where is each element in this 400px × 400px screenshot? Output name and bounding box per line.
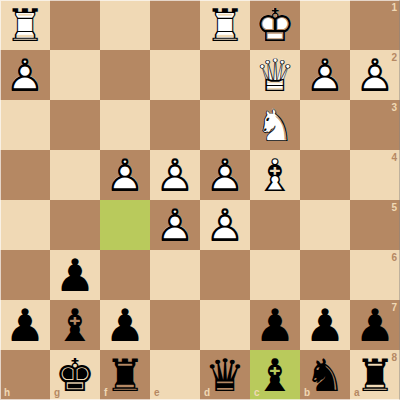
piece-outline-layer: ♙ [200,150,250,200]
white-pawn-piece[interactable]: ♟♙ [350,50,400,100]
piece-fill-layer: ♚ [50,350,100,400]
square-f2[interactable] [100,50,150,100]
white-king-piece[interactable]: ♚♔ [250,0,300,50]
square-b3[interactable] [300,100,350,150]
black-knight-piece[interactable]: ♞ [300,350,350,400]
square-b4[interactable] [300,150,350,200]
square-g1[interactable] [50,0,100,50]
square-d4[interactable]: ♟♙ [200,150,250,200]
square-f5[interactable] [100,200,150,250]
black-pawn-piece[interactable]: ♟ [50,250,100,300]
square-c1[interactable]: ♚♔ [250,0,300,50]
piece-outline-layer: ♗ [250,150,300,200]
rank-label-5: 5 [391,203,397,213]
white-rook-piece[interactable]: ♜♖ [0,0,50,50]
black-pawn-piece[interactable]: ♟ [300,300,350,350]
square-a6[interactable]: 6 [350,250,400,300]
square-g5[interactable] [50,200,100,250]
black-bishop-piece[interactable]: ♝ [50,300,100,350]
square-f4[interactable]: ♟♙ [100,150,150,200]
square-g7[interactable]: ♝ [50,300,100,350]
square-c5[interactable] [250,200,300,250]
white-rook-piece[interactable]: ♜♖ [200,0,250,50]
square-g3[interactable] [50,100,100,150]
black-pawn-piece[interactable]: ♟ [250,300,300,350]
square-h3[interactable] [0,100,50,150]
piece-outline-layer: ♙ [200,200,250,250]
piece-outline-layer: ♕ [250,50,300,100]
piece-fill-layer: ♞ [300,350,350,400]
square-d8[interactable]: ♛d [200,350,250,400]
square-c3[interactable]: ♞♘ [250,100,300,150]
black-king-piece[interactable]: ♚ [50,350,100,400]
white-bishop-piece[interactable]: ♝♗ [250,150,300,200]
black-pawn-piece[interactable]: ♟ [0,300,50,350]
piece-outline-layer: ♙ [150,150,200,200]
piece-fill-layer: ♝ [50,300,100,350]
square-c8[interactable]: ♝c [250,350,300,400]
square-a8[interactable]: ♜8a [350,350,400,400]
white-pawn-piece[interactable]: ♟♙ [200,200,250,250]
square-d3[interactable] [200,100,250,150]
square-a1[interactable]: 1 [350,0,400,50]
square-g4[interactable] [50,150,100,200]
square-a4[interactable]: 4 [350,150,400,200]
white-pawn-piece[interactable]: ♟♙ [100,150,150,200]
square-e6[interactable] [150,250,200,300]
square-h5[interactable] [0,200,50,250]
rank-label-6: 6 [391,253,397,263]
square-b2[interactable]: ♟♙ [300,50,350,100]
square-b6[interactable] [300,250,350,300]
square-h4[interactable] [0,150,50,200]
chess-board[interactable]: ♜♖♜♖♚♔1♟♙♛♕♟♙♟♙2♞♘3♟♙♟♙♟♙♝♗4♟♙♟♙5♟6♟♝♟♟♟… [0,0,400,400]
square-h8[interactable]: h [0,350,50,400]
piece-fill-layer: ♟ [300,300,350,350]
square-h1[interactable]: ♜♖ [0,0,50,50]
piece-outline-layer: ♙ [100,150,150,200]
black-rook-piece[interactable]: ♜ [100,350,150,400]
piece-fill-layer: ♟ [250,300,300,350]
piece-outline-layer: ♙ [150,200,200,250]
square-a5[interactable]: 5 [350,200,400,250]
piece-fill-layer: ♛ [200,350,250,400]
white-pawn-piece[interactable]: ♟♙ [0,50,50,100]
black-queen-piece[interactable]: ♛ [200,350,250,400]
rank-label-4: 4 [391,153,397,163]
piece-fill-layer: ♟ [50,250,100,300]
black-pawn-piece[interactable]: ♟ [350,300,400,350]
square-e1[interactable] [150,0,200,50]
piece-fill-layer: ♜ [100,350,150,400]
piece-outline-layer: ♔ [250,0,300,50]
square-c6[interactable] [250,250,300,300]
square-d2[interactable] [200,50,250,100]
square-f8[interactable]: ♜f [100,350,150,400]
white-queen-piece[interactable]: ♛♕ [250,50,300,100]
square-b1[interactable] [300,0,350,50]
black-rook-piece[interactable]: ♜ [350,350,400,400]
rank-label-1: 1 [391,3,397,13]
white-pawn-piece[interactable]: ♟♙ [150,200,200,250]
black-pawn-piece[interactable]: ♟ [100,300,150,350]
square-d5[interactable]: ♟♙ [200,200,250,250]
square-d1[interactable]: ♜♖ [200,0,250,50]
piece-outline-layer: ♙ [300,50,350,100]
piece-outline-layer: ♖ [200,0,250,50]
square-e4[interactable]: ♟♙ [150,150,200,200]
square-f6[interactable] [100,250,150,300]
piece-fill-layer: ♟ [0,300,50,350]
piece-outline-layer: ♘ [250,100,300,150]
piece-outline-layer: ♙ [350,50,400,100]
square-g8[interactable]: ♚g [50,350,100,400]
square-e5[interactable]: ♟♙ [150,200,200,250]
square-e7[interactable] [150,300,200,350]
square-b7[interactable]: ♟ [300,300,350,350]
square-a7[interactable]: ♟7 [350,300,400,350]
square-c2[interactable]: ♛♕ [250,50,300,100]
square-h2[interactable]: ♟♙ [0,50,50,100]
piece-outline-layer: ♙ [0,50,50,100]
square-c7[interactable]: ♟ [250,300,300,350]
square-b8[interactable]: ♞b [300,350,350,400]
white-pawn-piece[interactable]: ♟♙ [200,150,250,200]
file-label-h: h [4,388,10,398]
square-d7[interactable] [200,300,250,350]
piece-fill-layer: ♜ [350,350,400,400]
square-b5[interactable] [300,200,350,250]
white-pawn-piece[interactable]: ♟♙ [150,150,200,200]
square-g2[interactable] [50,50,100,100]
square-g6[interactable]: ♟ [50,250,100,300]
file-label-e: e [154,388,160,398]
white-knight-piece[interactable]: ♞♘ [250,100,300,150]
square-a3[interactable]: 3 [350,100,400,150]
piece-fill-layer: ♝ [250,350,300,400]
piece-fill-layer: ♟ [100,300,150,350]
square-h7[interactable]: ♟ [0,300,50,350]
square-f7[interactable]: ♟ [100,300,150,350]
white-pawn-piece[interactable]: ♟♙ [300,50,350,100]
square-e3[interactable] [150,100,200,150]
square-h6[interactable] [0,250,50,300]
square-a2[interactable]: ♟♙2 [350,50,400,100]
piece-fill-layer: ♟ [350,300,400,350]
piece-outline-layer: ♖ [0,0,50,50]
square-f3[interactable] [100,100,150,150]
black-bishop-piece[interactable]: ♝ [250,350,300,400]
square-e2[interactable] [150,50,200,100]
square-e8[interactable]: e [150,350,200,400]
square-f1[interactable] [100,0,150,50]
square-d6[interactable] [200,250,250,300]
rank-label-3: 3 [391,103,397,113]
square-c4[interactable]: ♝♗ [250,150,300,200]
